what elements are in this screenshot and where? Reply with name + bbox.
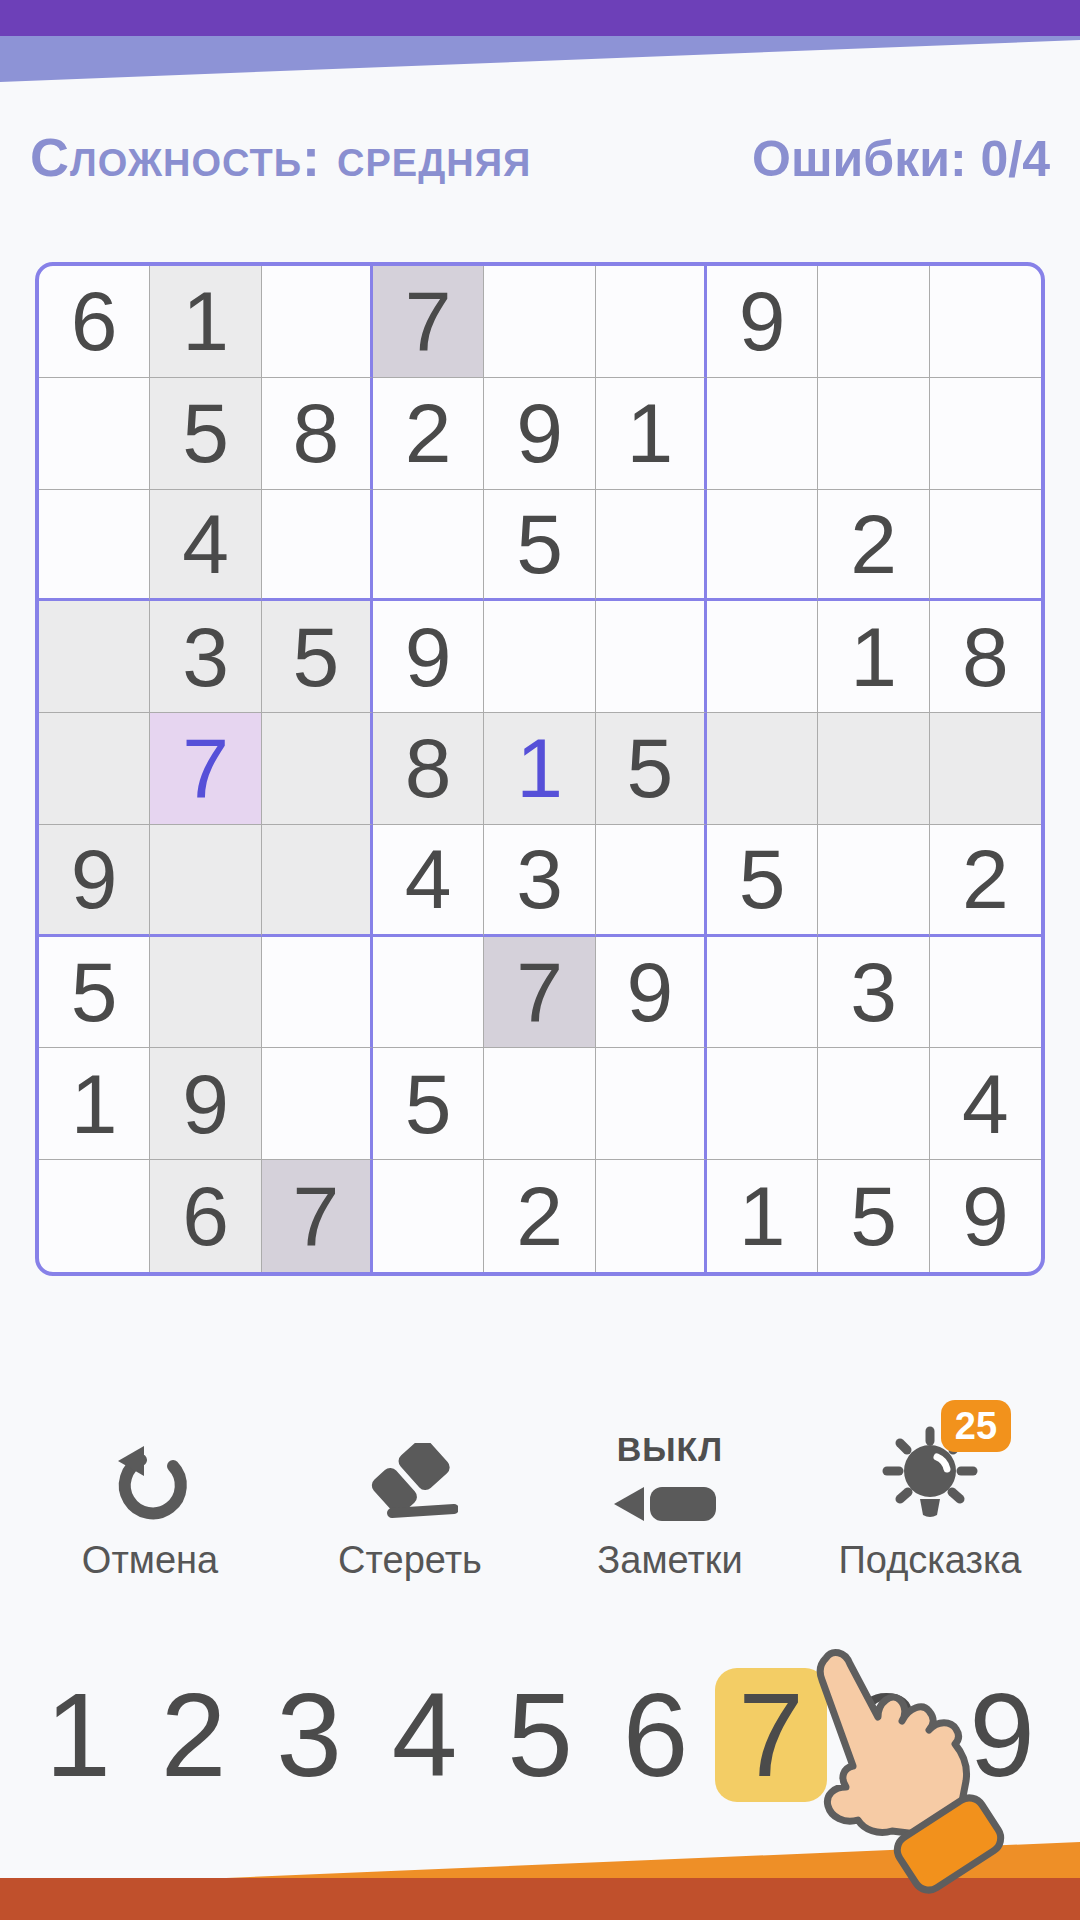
sudoku-cell-r2c1[interactable] — [39, 378, 150, 490]
errors-label: Ошибки: 0/4 — [752, 130, 1050, 188]
sudoku-cell-r3c8[interactable]: 2 — [818, 490, 929, 602]
sudoku-cell-r3c4[interactable] — [373, 490, 484, 602]
sudoku-cell-r3c3[interactable] — [262, 490, 373, 602]
sudoku-cell-r7c8[interactable]: 3 — [818, 937, 929, 1049]
sudoku-cell-r4c3[interactable]: 5 — [262, 601, 373, 713]
tap-hand-icon — [812, 1618, 1072, 1918]
sudoku-cell-r1c1[interactable]: 6 — [39, 266, 150, 378]
sudoku-cell-r2c9[interactable] — [930, 378, 1041, 490]
sudoku-cell-r4c7[interactable] — [707, 601, 818, 713]
sudoku-cell-r6c7[interactable]: 5 — [707, 825, 818, 937]
hint-badge: 25 — [941, 1400, 1011, 1452]
sudoku-cell-r9c9[interactable]: 9 — [930, 1160, 1041, 1272]
undo-button[interactable]: Отмена — [55, 1412, 245, 1582]
sudoku-cell-r5c7[interactable] — [707, 713, 818, 825]
sudoku-cell-r1c9[interactable] — [930, 266, 1041, 378]
hud: Сложность: средняя Ошибки: 0/4 — [0, 126, 1080, 188]
notes-label: Заметки — [597, 1539, 742, 1582]
sudoku-cell-r1c6[interactable] — [596, 266, 707, 378]
sudoku-cell-r3c7[interactable] — [707, 490, 818, 602]
sudoku-cell-r5c6[interactable]: 5 — [596, 713, 707, 825]
sudoku-cell-r4c5[interactable] — [484, 601, 595, 713]
sudoku-cell-r2c2[interactable]: 5 — [150, 378, 261, 490]
sudoku-cell-r7c7[interactable] — [707, 937, 818, 1049]
undo-label: Отмена — [82, 1539, 218, 1582]
sudoku-cell-r9c2[interactable]: 6 — [150, 1160, 261, 1272]
numpad-key-6[interactable]: 6 — [600, 1668, 712, 1802]
sudoku-cell-r5c1[interactable] — [39, 713, 150, 825]
difficulty-label: Сложность: средняя — [30, 126, 531, 188]
sudoku-cell-r2c4[interactable]: 2 — [373, 378, 484, 490]
toolbar: Отмена Стереть ВЫКЛ Заметки — [0, 1412, 1080, 1582]
sudoku-cell-r1c4[interactable]: 7 — [373, 266, 484, 378]
erase-label: Стереть — [338, 1539, 482, 1582]
sudoku-cell-r5c5[interactable]: 1 — [484, 713, 595, 825]
sudoku-cell-r3c2[interactable]: 4 — [150, 490, 261, 602]
sudoku-cell-r8c8[interactable] — [818, 1048, 929, 1160]
sudoku-cell-r1c8[interactable] — [818, 266, 929, 378]
sudoku-cell-r1c5[interactable] — [484, 266, 595, 378]
erase-button[interactable]: Стереть — [315, 1412, 505, 1582]
sudoku-cell-r2c7[interactable] — [707, 378, 818, 490]
header-band — [0, 36, 1080, 82]
sudoku-cell-r8c5[interactable] — [484, 1048, 595, 1160]
sudoku-cell-r1c3[interactable] — [262, 266, 373, 378]
sudoku-cell-r3c5[interactable]: 5 — [484, 490, 595, 602]
sudoku-cell-r3c1[interactable] — [39, 490, 150, 602]
numpad-key-2[interactable]: 2 — [138, 1668, 250, 1802]
sudoku-cell-r9c4[interactable] — [373, 1160, 484, 1272]
sudoku-cell-r6c1[interactable]: 9 — [39, 825, 150, 937]
sudoku-cell-r9c1[interactable] — [39, 1160, 150, 1272]
sudoku-cell-r1c2[interactable]: 1 — [150, 266, 261, 378]
sudoku-cell-r9c5[interactable]: 2 — [484, 1160, 595, 1272]
sudoku-cell-r9c6[interactable] — [596, 1160, 707, 1272]
sudoku-cell-r7c6[interactable]: 9 — [596, 937, 707, 1049]
numpad-key-1[interactable]: 1 — [22, 1668, 134, 1802]
sudoku-cell-r7c9[interactable] — [930, 937, 1041, 1049]
sudoku-cell-r3c6[interactable] — [596, 490, 707, 602]
undo-icon — [108, 1443, 192, 1527]
sudoku-cell-r2c6[interactable]: 1 — [596, 378, 707, 490]
sudoku-cell-r2c3[interactable]: 8 — [262, 378, 373, 490]
app-root: { "game": "sudoku", "position": "61.7..9… — [0, 0, 1080, 1920]
sudoku-cell-r6c9[interactable]: 2 — [930, 825, 1041, 937]
sudoku-cell-r8c9[interactable]: 4 — [930, 1048, 1041, 1160]
sudoku-cell-r6c8[interactable] — [818, 825, 929, 937]
sudoku-cell-r8c3[interactable] — [262, 1048, 373, 1160]
sudoku-cell-r2c5[interactable]: 9 — [484, 378, 595, 490]
sudoku-cell-r9c7[interactable]: 1 — [707, 1160, 818, 1272]
sudoku-cell-r6c6[interactable] — [596, 825, 707, 937]
sudoku-cell-r8c4[interactable]: 5 — [373, 1048, 484, 1160]
sudoku-cell-r8c6[interactable] — [596, 1048, 707, 1160]
numpad-key-3[interactable]: 3 — [253, 1668, 365, 1802]
pencil-icon — [610, 1481, 730, 1527]
header-bar — [0, 0, 1080, 36]
sudoku-cell-r8c7[interactable] — [707, 1048, 818, 1160]
sudoku-grid[interactable]: 6179582914523591878159435257931954672159 — [35, 262, 1045, 1276]
sudoku-cell-r5c4[interactable]: 8 — [373, 713, 484, 825]
sudoku-cell-r8c1[interactable]: 1 — [39, 1048, 150, 1160]
sudoku-cell-r7c5[interactable]: 7 — [484, 937, 595, 1049]
sudoku-cell-r6c2[interactable] — [150, 825, 261, 937]
sudoku-cell-r7c3[interactable] — [262, 937, 373, 1049]
sudoku-cell-r1c7[interactable]: 9 — [707, 266, 818, 378]
sudoku-cell-r9c8[interactable]: 5 — [818, 1160, 929, 1272]
numpad-key-7[interactable]: 7 — [715, 1668, 827, 1802]
sudoku-cell-r6c5[interactable]: 3 — [484, 825, 595, 937]
sudoku-cell-r4c8[interactable]: 1 — [818, 601, 929, 713]
sudoku-cell-r8c2[interactable]: 9 — [150, 1048, 261, 1160]
sudoku-cell-r5c9[interactable] — [930, 713, 1041, 825]
sudoku-cell-r6c3[interactable] — [262, 825, 373, 937]
sudoku-cell-r7c4[interactable] — [373, 937, 484, 1049]
sudoku-cell-r4c9[interactable]: 8 — [930, 601, 1041, 713]
numpad-key-4[interactable]: 4 — [369, 1668, 481, 1802]
sudoku-cell-r3c9[interactable] — [930, 490, 1041, 602]
sudoku-cell-r4c1[interactable] — [39, 601, 150, 713]
sudoku-cell-r6c4[interactable]: 4 — [373, 825, 484, 937]
notes-button[interactable]: ВЫКЛ Заметки — [575, 1412, 765, 1582]
sudoku-cell-r4c4[interactable]: 9 — [373, 601, 484, 713]
sudoku-cell-r2c8[interactable] — [818, 378, 929, 490]
eraser-icon — [362, 1443, 458, 1527]
sudoku-cell-r5c8[interactable] — [818, 713, 929, 825]
numpad-key-5[interactable]: 5 — [484, 1668, 596, 1802]
sudoku-cell-r7c2[interactable] — [150, 937, 261, 1049]
notes-state-label: ВЫКЛ — [617, 1430, 723, 1469]
hint-label: Подсказка — [839, 1539, 1022, 1582]
sudoku-cell-r5c2[interactable]: 7 — [150, 713, 261, 825]
hint-button[interactable]: 25 Подсказка — [835, 1412, 1025, 1582]
sudoku-cell-r4c6[interactable] — [596, 601, 707, 713]
sudoku-cell-r5c3[interactable] — [262, 713, 373, 825]
sudoku-cell-r9c3[interactable]: 7 — [262, 1160, 373, 1272]
sudoku-cell-r7c1[interactable]: 5 — [39, 937, 150, 1049]
sudoku-cell-r4c2[interactable]: 3 — [150, 601, 261, 713]
